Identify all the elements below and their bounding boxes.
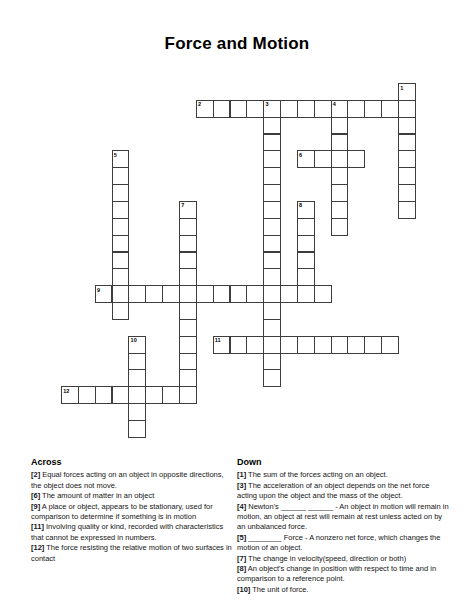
puzzle-title: Force and Motion [0,34,474,54]
crossword-grid: 123456789101112 [61,83,416,438]
cell-r6c3[interactable] [112,184,130,202]
cell-r13c7[interactable] [179,302,197,320]
cell-r7c12[interactable] [263,201,281,219]
clue-number-label: 2 [198,101,201,107]
cell-r3c20[interactable] [398,134,416,152]
cell-r14c7[interactable] [179,319,197,337]
cell-r15c19[interactable] [381,336,399,354]
cell-r15c16[interactable] [331,336,349,354]
cell-r1c13[interactable] [280,100,298,118]
cell-r15c15[interactable] [314,336,332,354]
cell-r12c15[interactable] [314,285,332,303]
cell-r17c4[interactable] [128,369,146,387]
clue-number: [11] [31,522,44,531]
down-clue-8: [8] An object's change in position with … [237,564,451,585]
cell-r1c8[interactable]: 2 [196,100,214,118]
clue-number-label: 8 [299,202,302,208]
cell-r13c12[interactable] [263,302,281,320]
cell-r5c20[interactable] [398,167,416,185]
cell-r7c7[interactable]: 7 [179,201,197,219]
clue-number-label: 3 [265,101,268,107]
down-clue-1: [1] The sum of the forces acting on an o… [237,470,451,480]
clue-number: [10] [237,585,250,594]
cell-r7c3[interactable] [112,201,130,219]
down-clue-5: [5] ________ Force - A nonzero net force… [237,533,451,554]
clue-number-label: 1 [400,85,403,91]
cell-r4c14[interactable]: 6 [297,150,315,168]
across-clue-list: [2] Equal forces acting on an object in … [31,470,236,564]
cell-r3c16[interactable] [331,134,349,152]
cell-r1c9[interactable] [213,100,231,118]
cell-r15c11[interactable] [246,336,264,354]
cell-r18c5[interactable] [145,386,163,404]
clue-number-label: 4 [333,101,336,107]
cell-r12c3[interactable] [112,285,130,303]
cell-r18c1[interactable] [78,386,96,404]
cell-r8c7[interactable] [179,218,197,236]
cell-r12c13[interactable] [280,285,298,303]
cell-r15c4[interactable]: 10 [128,336,146,354]
cell-r9c3[interactable] [112,235,130,253]
cell-r3c12[interactable] [263,134,281,152]
down-clue-10: [10] The unit of force. [237,585,451,595]
across-clue-12: [12] The force resisting the relative mo… [31,543,236,564]
cell-r4c17[interactable] [347,150,365,168]
cell-r7c20[interactable] [398,201,416,219]
across-clues-section: Across [2] Equal forces acting on an obj… [31,457,236,564]
cell-r20c4[interactable] [128,420,146,438]
cell-r0c20[interactable]: 1 [398,83,416,101]
cell-r15c18[interactable] [364,336,382,354]
cell-r1c17[interactable] [347,100,365,118]
cell-r16c7[interactable] [179,353,197,371]
cell-r15c14[interactable] [297,336,315,354]
across-clue-9: [9] A place or object, appears to be sta… [31,502,236,523]
cell-r1c12[interactable]: 3 [263,100,281,118]
cell-r18c3[interactable] [112,386,130,404]
clue-number-label: 11 [215,337,221,343]
cell-r1c15[interactable] [314,100,332,118]
cell-r15c10[interactable] [230,336,248,354]
cell-r15c13[interactable] [280,336,298,354]
cell-r16c4[interactable] [128,353,146,371]
across-clue-6: [6] The amount of matter in an object [31,491,236,501]
cell-r12c7[interactable] [179,285,197,303]
cell-r12c8[interactable] [196,285,214,303]
cell-r12c11[interactable] [246,285,264,303]
cell-r5c12[interactable] [263,167,281,185]
cell-r2c16[interactable] [331,117,349,135]
clue-number-label: 9 [97,287,100,293]
cell-r6c12[interactable] [263,184,281,202]
cell-r12c10[interactable] [230,285,248,303]
down-clues-section: Down [1] The sum of the forces acting on… [237,457,451,595]
clue-number: [9] [31,502,40,511]
cell-r6c20[interactable] [398,184,416,202]
clue-number-label: 6 [299,152,302,158]
cell-r4c16[interactable] [331,150,349,168]
cell-r11c3[interactable] [112,268,130,286]
clue-number: [8] [237,564,246,573]
cell-r11c7[interactable] [179,268,197,286]
cell-r19c4[interactable] [128,403,146,421]
cell-r1c14[interactable] [297,100,315,118]
across-clue-11: [11] Involving quality or kind, recorded… [31,522,236,543]
cell-r18c4[interactable] [128,386,146,404]
worksheet-page: Force and Motion 123456789101112 Across … [0,0,474,613]
down-clue-4: [4] Newton's ______ ______ - An object i… [237,502,451,533]
cell-r15c12[interactable] [263,336,281,354]
cell-r10c7[interactable] [179,252,197,270]
clue-number: [3] [237,481,246,490]
clue-number-label: 7 [181,202,184,208]
cell-r5c16[interactable] [331,167,349,185]
cell-r8c12[interactable] [263,218,281,236]
cell-r4c20[interactable] [398,150,416,168]
cell-r4c12[interactable] [263,150,281,168]
cell-r12c2[interactable]: 9 [95,285,113,303]
clue-number: [7] [237,554,246,563]
cell-r12c4[interactable] [128,285,146,303]
clue-number: [5] [237,533,246,542]
cell-r15c7[interactable] [179,336,197,354]
clue-number: [6] [31,491,40,500]
cell-r6c16[interactable] [331,184,349,202]
clue-number-label: 5 [114,152,117,158]
cell-r9c12[interactable] [263,235,281,253]
cell-r4c3[interactable]: 5 [112,150,130,168]
clue-number-label: 10 [131,337,137,343]
cell-r1c10[interactable] [230,100,248,118]
cell-r8c3[interactable] [112,218,130,236]
clue-number: [12] [31,543,44,552]
across-clue-2: [2] Equal forces acting on an object in … [31,470,236,491]
cell-r10c3[interactable] [112,252,130,270]
down-heading: Down [237,457,451,467]
cell-r9c14[interactable] [297,235,315,253]
cell-r12c14[interactable] [297,285,315,303]
cell-r9c7[interactable] [179,235,197,253]
clue-number: [4] [237,502,246,511]
down-clue-3: [3] The acceleration of an object depend… [237,481,451,502]
cell-r7c14[interactable]: 8 [297,201,315,219]
cell-r13c3[interactable] [112,302,130,320]
cell-r12c6[interactable] [162,285,180,303]
cell-r14c12[interactable] [263,319,281,337]
cell-r12c5[interactable] [145,285,163,303]
cell-r15c17[interactable] [347,336,365,354]
cell-r2c12[interactable] [263,117,281,135]
cell-r1c20[interactable] [398,100,416,118]
cell-r5c3[interactable] [112,167,130,185]
cell-r15c9[interactable]: 11 [213,336,231,354]
cell-r4c15[interactable] [314,150,332,168]
clue-number: [2] [31,470,40,479]
cell-r7c16[interactable] [331,201,349,219]
clue-number: [1] [237,470,246,479]
across-heading: Across [31,457,236,467]
cell-r12c12[interactable] [263,285,281,303]
down-clue-list: [1] The sum of the forces acting on an o… [237,470,451,595]
cell-r2c20[interactable] [398,117,416,135]
cell-r18c2[interactable] [95,386,113,404]
cell-r11c12[interactable] [263,268,281,286]
cell-r10c14[interactable] [297,252,315,270]
cell-r16c12[interactable] [263,353,281,371]
down-clue-7: [7] The change in velocity(speed, direct… [237,554,451,564]
clue-number-label: 12 [63,388,69,394]
cell-r11c14[interactable] [297,268,315,286]
cell-r17c7[interactable] [179,369,197,387]
cell-r18c6[interactable] [162,386,180,404]
cell-r8c14[interactable] [297,218,315,236]
cell-r12c9[interactable] [213,285,231,303]
cell-r1c16[interactable]: 4 [331,100,349,118]
cell-r17c12[interactable] [263,369,281,387]
cell-r1c11[interactable] [246,100,264,118]
cell-r18c7[interactable] [179,386,197,404]
cell-r1c18[interactable] [364,100,382,118]
cell-r18c0[interactable]: 12 [61,386,79,404]
cell-r8c16[interactable] [331,218,349,236]
cell-r10c12[interactable] [263,252,281,270]
cell-r1c19[interactable] [381,100,399,118]
